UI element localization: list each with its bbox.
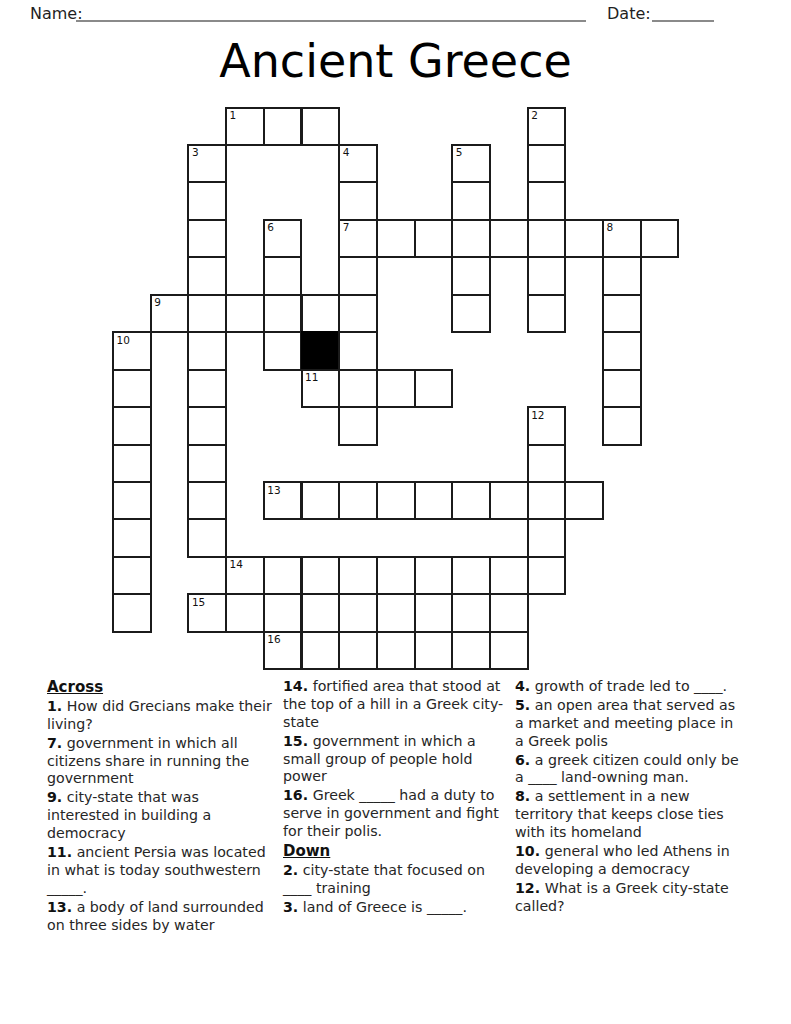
clue-label-13: 13.	[47, 899, 72, 915]
cell-r1c6[interactable]: 4	[338, 144, 378, 183]
clue-number-4: 4	[343, 146, 350, 158]
cell-r12c11[interactable]	[527, 556, 567, 595]
cell-r5c13[interactable]	[602, 294, 642, 333]
clue-number-16: 16	[267, 633, 280, 645]
clue-down-2: 2. city-state that focused on ____ train…	[283, 862, 511, 898]
clue-number-10: 10	[117, 334, 130, 346]
cell-r12c0[interactable]	[112, 556, 152, 595]
cell-r6c6[interactable]	[338, 331, 378, 370]
cell-r2c6[interactable]	[338, 181, 378, 220]
cell-r8c13[interactable]	[602, 406, 642, 445]
cell-r5c2[interactable]	[187, 294, 227, 333]
clue-down-10: 10. general who led Athens in developing…	[515, 843, 743, 879]
cell-r3c2[interactable]	[187, 219, 227, 258]
clue-number-11: 11	[305, 371, 318, 383]
cell-r12c3[interactable]: 14	[225, 556, 265, 595]
clue-number-3: 3	[192, 146, 199, 158]
cell-r5c11[interactable]	[527, 294, 567, 333]
cell-r5c5[interactable]	[301, 294, 341, 333]
cell-r3c6[interactable]: 7	[338, 219, 378, 258]
cell-r12c6[interactable]	[338, 556, 378, 595]
cell-r3c10[interactable]	[489, 219, 529, 258]
clue-down-4: 4. growth of trade led to ____.	[515, 678, 743, 696]
clue-label-15: 15.	[283, 733, 308, 749]
cell-r3c13[interactable]: 8	[602, 219, 642, 258]
cell-r12c5[interactable]	[301, 556, 341, 595]
clue-down-6: 6. a greek citizen could only be a ____ …	[515, 752, 743, 788]
cell-r9c0[interactable]	[112, 444, 152, 483]
cell-r10c6[interactable]	[338, 481, 378, 520]
cell-r5c4[interactable]	[263, 294, 303, 333]
cell-r8c0[interactable]	[112, 406, 152, 445]
cell-r14c5[interactable]	[301, 631, 341, 670]
cell-r7c13[interactable]	[602, 369, 642, 408]
cell-r10c5[interactable]	[301, 481, 341, 520]
cell-r13c4[interactable]	[263, 593, 303, 632]
cell-r10c12[interactable]	[564, 481, 604, 520]
cell-r7c0[interactable]	[112, 369, 152, 408]
cell-r3c11[interactable]	[527, 219, 567, 258]
cell-r13c10[interactable]	[489, 593, 529, 632]
cell-r11c2[interactable]	[187, 518, 227, 557]
cell-r12c7[interactable]	[376, 556, 416, 595]
cell-r1c9[interactable]: 5	[451, 144, 491, 183]
clue-number-15: 15	[192, 596, 205, 608]
cell-r3c7[interactable]	[376, 219, 416, 258]
cell-r1c2[interactable]: 3	[187, 144, 227, 183]
cell-r7c2[interactable]	[187, 369, 227, 408]
cell-r10c8[interactable]	[414, 481, 454, 520]
cell-r14c9[interactable]	[451, 631, 491, 670]
cell-r13c2[interactable]: 15	[187, 593, 227, 632]
cell-r6c13[interactable]	[602, 331, 642, 370]
cell-r13c8[interactable]	[414, 593, 454, 632]
clue-across-9: 9. city-state that was interested in bui…	[47, 789, 275, 843]
clue-across-16: 16. Greek _____ had a duty to serve in g…	[283, 787, 511, 841]
clue-label-1: 1.	[47, 698, 62, 714]
clue-down-3: 3. land of Greece is _____.	[283, 899, 511, 917]
clue-across-15: 15. government in which a small group of…	[283, 733, 511, 787]
cell-r3c9[interactable]	[451, 219, 491, 258]
cell-r13c0[interactable]	[112, 593, 152, 632]
clue-number-6: 6	[267, 221, 274, 233]
clue-column-middle: 14. fortified area that stood at the top…	[283, 678, 511, 918]
clue-number-8: 8	[607, 221, 614, 233]
cell-r10c0[interactable]	[112, 481, 152, 520]
cell-r3c12[interactable]	[564, 219, 604, 258]
cell-r0c11[interactable]: 2	[527, 107, 567, 146]
cell-r11c0[interactable]	[112, 518, 152, 557]
clue-number-7: 7	[343, 221, 350, 233]
cell-r5c1[interactable]: 9	[150, 294, 190, 333]
cell-r4c11[interactable]	[527, 256, 567, 295]
clue-number-2: 2	[531, 109, 538, 121]
clue-label-12: 12.	[515, 880, 540, 896]
cell-r12c10[interactable]	[489, 556, 529, 595]
cell-r4c4[interactable]	[263, 256, 303, 295]
cell-r6c2[interactable]	[187, 331, 227, 370]
cell-r7c5[interactable]: 11	[301, 369, 341, 408]
cell-r7c8[interactable]	[414, 369, 454, 408]
clue-label-2: 2.	[283, 862, 298, 878]
cell-r2c11[interactable]	[527, 181, 567, 220]
cell-r10c9[interactable]	[451, 481, 491, 520]
clue-across-13: 13. a body of land surrounded on three s…	[47, 899, 275, 935]
clue-label-16: 16.	[283, 787, 308, 803]
cell-r10c2[interactable]	[187, 481, 227, 520]
clue-label-4: 4.	[515, 678, 530, 694]
cell-r14c7[interactable]	[376, 631, 416, 670]
clue-across-14: 14. fortified area that stood at the top…	[283, 678, 511, 732]
cell-r13c6[interactable]	[338, 593, 378, 632]
cell-r11c11[interactable]	[527, 518, 567, 557]
clue-number-13: 13	[267, 484, 280, 496]
clue-label-7: 7.	[47, 735, 62, 751]
cell-r12c8[interactable]	[414, 556, 454, 595]
cell-r8c6[interactable]	[338, 406, 378, 445]
clue-column-across: Across1. How did Grecians make their liv…	[47, 678, 275, 935]
cell-r10c11[interactable]	[527, 481, 567, 520]
clue-label-3: 3.	[283, 899, 298, 915]
cell-r0c4[interactable]	[263, 107, 303, 146]
cell-r1c11[interactable]	[527, 144, 567, 183]
clue-label-6: 6.	[515, 752, 530, 768]
cell-r3c14[interactable]	[640, 219, 680, 258]
clue-label-9: 9.	[47, 789, 62, 805]
cell-r5c9[interactable]	[451, 294, 491, 333]
cell-r12c4[interactable]	[263, 556, 303, 595]
clue-down-8: 8. a settlement in a new territory that …	[515, 788, 743, 842]
cell-r8c2[interactable]	[187, 406, 227, 445]
clue-number-1: 1	[230, 109, 237, 121]
cell-r2c9[interactable]	[451, 181, 491, 220]
cell-r10c4[interactable]: 13	[263, 481, 303, 520]
cell-r4c9[interactable]	[451, 256, 491, 295]
clue-down-5: 5. an open area that served as a market …	[515, 697, 743, 751]
cell-r0c5[interactable]	[301, 107, 341, 146]
cell-r13c5[interactable]	[301, 593, 341, 632]
cell-r6c0[interactable]: 10	[112, 331, 152, 370]
cell-r9c2[interactable]	[187, 444, 227, 483]
cell-r12c9[interactable]	[451, 556, 491, 595]
clue-label-8: 8.	[515, 788, 530, 804]
clue-across-1: 1. How did Grecians make their living?	[47, 698, 275, 734]
cell-r14c10[interactable]	[489, 631, 529, 670]
name-label: Name:	[30, 4, 83, 23]
clue-label-10: 10.	[515, 843, 540, 859]
clue-number-14: 14	[230, 558, 243, 570]
cell-r5c6[interactable]	[338, 294, 378, 333]
clue-across-7: 7. government in which all citizens shar…	[47, 735, 275, 789]
clue-label-11: 11.	[47, 844, 72, 860]
date-label: Date:	[607, 4, 651, 23]
cell-r5c3[interactable]	[225, 294, 265, 333]
cell-r7c6[interactable]	[338, 369, 378, 408]
clue-heading-across: Across	[47, 678, 275, 697]
cell-r4c2[interactable]	[187, 256, 227, 295]
cell-r8c11[interactable]: 12	[527, 406, 567, 445]
cell-r14c4[interactable]: 16	[263, 631, 303, 670]
clue-column-down: 4. growth of trade led to ____.5. an ope…	[515, 678, 743, 917]
clue-number-5: 5	[456, 146, 463, 158]
date-blank-line[interactable]	[652, 20, 714, 22]
cell-r10c7[interactable]	[376, 481, 416, 520]
cell-r14c6[interactable]	[338, 631, 378, 670]
cell-r14c8[interactable]	[414, 631, 454, 670]
cell-r6c4[interactable]	[263, 331, 303, 370]
cell-r0c3[interactable]: 1	[225, 107, 265, 146]
cell-r4c13[interactable]	[602, 256, 642, 295]
clue-label-5: 5.	[515, 697, 530, 713]
name-blank-line[interactable]	[76, 20, 586, 22]
cell-r13c3[interactable]	[225, 593, 265, 632]
cell-r2c2[interactable]	[187, 181, 227, 220]
worksheet-page: Name: Date: Ancient Greece 1234567891011…	[0, 0, 791, 1024]
clue-down-12: 12. What is a Greek city-state called?	[515, 880, 743, 916]
cell-r3c8[interactable]	[414, 219, 454, 258]
cell-r13c7[interactable]	[376, 593, 416, 632]
cell-r4c6[interactable]	[338, 256, 378, 295]
clue-label-14: 14.	[283, 678, 308, 694]
cell-r9c11[interactable]	[527, 444, 567, 483]
cell-r13c9[interactable]	[451, 593, 491, 632]
cell-r7c7[interactable]	[376, 369, 416, 408]
cell-r3c4[interactable]: 6	[263, 219, 303, 258]
blocked-cell-r6c5	[301, 331, 341, 370]
clue-across-11: 11. ancient Persia was located in what i…	[47, 844, 275, 898]
clue-number-12: 12	[531, 409, 544, 421]
clue-heading-down: Down	[283, 842, 511, 861]
page-title: Ancient Greece	[0, 34, 791, 88]
cell-r10c10[interactable]	[489, 481, 529, 520]
clue-number-9: 9	[154, 296, 161, 308]
